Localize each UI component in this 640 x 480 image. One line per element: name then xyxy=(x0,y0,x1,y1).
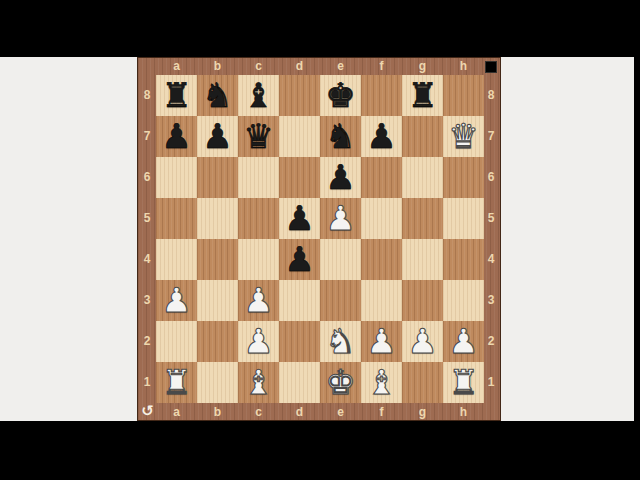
white-pawn-piece[interactable]: ♟ xyxy=(443,321,484,362)
square-f3[interactable] xyxy=(361,280,402,321)
square-d5[interactable]: ♟ xyxy=(279,198,320,239)
rank-label-5: 5 xyxy=(482,198,500,239)
square-f6[interactable] xyxy=(361,157,402,198)
white-king-piece[interactable]: ♚ xyxy=(320,362,361,403)
black-pawn-piece[interactable]: ♟ xyxy=(279,198,320,239)
square-b2[interactable] xyxy=(197,321,238,362)
white-pawn-piece[interactable]: ♟ xyxy=(320,198,361,239)
black-rook-piece[interactable]: ♜ xyxy=(156,75,197,116)
square-b1[interactable] xyxy=(197,362,238,403)
square-a1[interactable]: ♜ xyxy=(156,362,197,403)
white-pawn-piece[interactable]: ♟ xyxy=(238,321,279,362)
square-c6[interactable] xyxy=(238,157,279,198)
square-a7[interactable]: ♟ xyxy=(156,116,197,157)
file-label-f: f xyxy=(361,58,402,75)
rank-label-5: 5 xyxy=(138,198,156,239)
black-bishop-piece[interactable]: ♝ xyxy=(238,75,279,116)
black-king-piece[interactable]: ♚ xyxy=(320,75,361,116)
white-rook-piece[interactable]: ♜ xyxy=(156,362,197,403)
square-b4[interactable] xyxy=(197,239,238,280)
white-knight-piece[interactable]: ♞ xyxy=(320,321,361,362)
black-pawn-piece[interactable]: ♟ xyxy=(320,157,361,198)
file-label-g: g xyxy=(402,403,443,422)
square-e3[interactable] xyxy=(320,280,361,321)
black-pawn-piece[interactable]: ♟ xyxy=(361,116,402,157)
square-d8[interactable] xyxy=(279,75,320,116)
square-e2[interactable]: ♞ xyxy=(320,321,361,362)
square-d4[interactable]: ♟ xyxy=(279,239,320,280)
rank-label-6: 6 xyxy=(482,157,500,198)
square-e1[interactable]: ♚ xyxy=(320,362,361,403)
square-g1[interactable] xyxy=(402,362,443,403)
rank-label-8: 8 xyxy=(482,75,500,116)
file-label-e: e xyxy=(320,58,361,75)
square-g6[interactable] xyxy=(402,157,443,198)
square-e8[interactable]: ♚ xyxy=(320,75,361,116)
square-c3[interactable]: ♟ xyxy=(238,280,279,321)
rank-label-4: 4 xyxy=(482,239,500,280)
black-queen-piece[interactable]: ♛ xyxy=(238,116,279,157)
file-labels-bottom: abcdefgh xyxy=(156,403,484,422)
square-e7[interactable]: ♞ xyxy=(320,116,361,157)
rank-label-6: 6 xyxy=(138,157,156,198)
black-pawn-piece[interactable]: ♟ xyxy=(279,239,320,280)
rank-labels-right: 87654321 xyxy=(482,75,500,403)
square-b6[interactable] xyxy=(197,157,238,198)
file-labels-top: abcdefgh xyxy=(156,58,484,75)
square-f2[interactable]: ♟ xyxy=(361,321,402,362)
square-h2[interactable]: ♟ xyxy=(443,321,484,362)
square-f4[interactable] xyxy=(361,239,402,280)
black-pawn-piece[interactable]: ♟ xyxy=(156,116,197,157)
chess-board: abcdefgh abcdefgh 87654321 87654321 ♜♞♝♚… xyxy=(137,57,501,421)
square-b3[interactable] xyxy=(197,280,238,321)
square-g2[interactable]: ♟ xyxy=(402,321,443,362)
rank-label-8: 8 xyxy=(138,75,156,116)
rank-label-3: 3 xyxy=(138,280,156,321)
rank-label-2: 2 xyxy=(138,321,156,362)
black-rook-piece[interactable]: ♜ xyxy=(402,75,443,116)
square-a8[interactable]: ♜ xyxy=(156,75,197,116)
square-a3[interactable]: ♟ xyxy=(156,280,197,321)
square-b8[interactable]: ♞ xyxy=(197,75,238,116)
white-bishop-piece[interactable]: ♝ xyxy=(238,362,279,403)
white-pawn-piece[interactable]: ♟ xyxy=(238,280,279,321)
square-c5[interactable] xyxy=(238,198,279,239)
square-g8[interactable]: ♜ xyxy=(402,75,443,116)
rank-label-7: 7 xyxy=(138,116,156,157)
square-d6[interactable] xyxy=(279,157,320,198)
square-b7[interactable]: ♟ xyxy=(197,116,238,157)
square-g4[interactable] xyxy=(402,239,443,280)
square-h4[interactable] xyxy=(443,239,484,280)
content-area: abcdefgh abcdefgh 87654321 87654321 ♜♞♝♚… xyxy=(0,57,634,421)
square-c1[interactable]: ♝ xyxy=(238,362,279,403)
square-g5[interactable] xyxy=(402,198,443,239)
square-c4[interactable] xyxy=(238,239,279,280)
white-pawn-piece[interactable]: ♟ xyxy=(156,280,197,321)
rank-label-2: 2 xyxy=(482,321,500,362)
file-label-d: d xyxy=(279,58,320,75)
white-bishop-piece[interactable]: ♝ xyxy=(361,362,402,403)
black-knight-piece[interactable]: ♞ xyxy=(320,116,361,157)
square-a4[interactable] xyxy=(156,239,197,280)
rank-label-1: 1 xyxy=(138,362,156,403)
file-label-e: e xyxy=(320,403,361,422)
white-pawn-piece[interactable]: ♟ xyxy=(402,321,443,362)
black-knight-piece[interactable]: ♞ xyxy=(197,75,238,116)
file-label-a: a xyxy=(156,58,197,75)
square-h6[interactable] xyxy=(443,157,484,198)
file-label-c: c xyxy=(238,403,279,422)
square-h3[interactable] xyxy=(443,280,484,321)
white-pawn-piece[interactable]: ♟ xyxy=(361,321,402,362)
side-to-move-indicator xyxy=(485,61,497,73)
rank-label-3: 3 xyxy=(482,280,500,321)
rank-labels-left: 87654321 xyxy=(138,75,156,403)
rank-label-7: 7 xyxy=(482,116,500,157)
black-pawn-piece[interactable]: ♟ xyxy=(197,116,238,157)
file-label-a: a xyxy=(156,403,197,422)
square-h8[interactable] xyxy=(443,75,484,116)
white-rook-piece[interactable]: ♜ xyxy=(443,362,484,403)
square-b5[interactable] xyxy=(197,198,238,239)
square-c2[interactable]: ♟ xyxy=(238,321,279,362)
square-f7[interactable]: ♟ xyxy=(361,116,402,157)
square-f1[interactable]: ♝ xyxy=(361,362,402,403)
rank-label-4: 4 xyxy=(138,239,156,280)
file-label-f: f xyxy=(361,403,402,422)
square-g7[interactable] xyxy=(402,116,443,157)
square-d3[interactable] xyxy=(279,280,320,321)
square-f8[interactable] xyxy=(361,75,402,116)
square-g3[interactable] xyxy=(402,280,443,321)
board-squares: ♜♞♝♚♜♟♟♛♞♟♛♟♟♟♟♟♟♟♞♟♟♟♜♝♚♝♜ xyxy=(156,75,484,403)
square-d7[interactable] xyxy=(279,116,320,157)
file-label-h: h xyxy=(443,403,484,422)
square-d2[interactable] xyxy=(279,321,320,362)
square-c8[interactable]: ♝ xyxy=(238,75,279,116)
file-label-g: g xyxy=(402,58,443,75)
square-c7[interactable]: ♛ xyxy=(238,116,279,157)
file-label-c: c xyxy=(238,58,279,75)
file-label-b: b xyxy=(197,403,238,422)
flip-board-icon[interactable]: ↺ xyxy=(139,402,156,421)
square-a6[interactable] xyxy=(156,157,197,198)
rank-label-1: 1 xyxy=(482,362,500,403)
square-h1[interactable]: ♜ xyxy=(443,362,484,403)
square-h7[interactable]: ♛ xyxy=(443,116,484,157)
square-e5[interactable]: ♟ xyxy=(320,198,361,239)
square-d1[interactable] xyxy=(279,362,320,403)
square-e6[interactable]: ♟ xyxy=(320,157,361,198)
white-queen-piece[interactable]: ♛ xyxy=(443,116,484,157)
file-label-b: b xyxy=(197,58,238,75)
square-a2[interactable] xyxy=(156,321,197,362)
square-h5[interactable] xyxy=(443,198,484,239)
file-label-h: h xyxy=(443,58,484,75)
square-a5[interactable] xyxy=(156,198,197,239)
file-label-d: d xyxy=(279,403,320,422)
square-f5[interactable] xyxy=(361,198,402,239)
square-e4[interactable] xyxy=(320,239,361,280)
